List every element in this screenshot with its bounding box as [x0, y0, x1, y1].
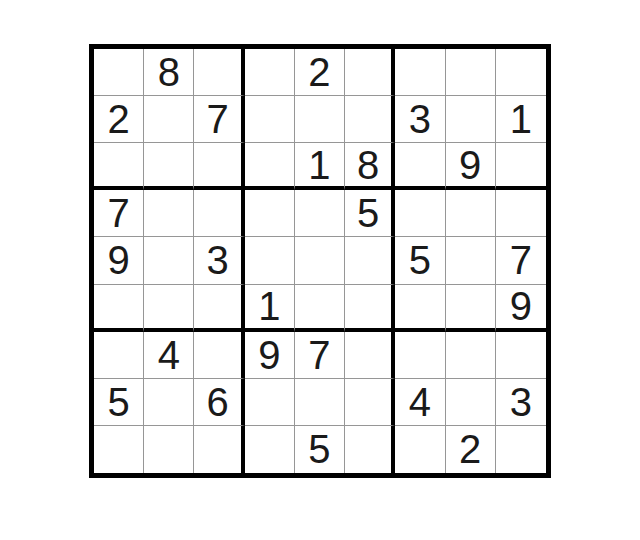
cell-r2c6[interactable] — [345, 96, 395, 143]
cell-r6c7[interactable] — [395, 285, 445, 332]
cell-r1c9[interactable] — [496, 49, 546, 96]
cell-r8c2[interactable] — [144, 379, 194, 426]
cell-r6c8[interactable] — [446, 285, 496, 332]
cell-r8c5[interactable] — [295, 379, 345, 426]
cell-r9c3[interactable] — [194, 426, 244, 473]
cell-r9c8[interactable]: 2 — [446, 426, 496, 473]
cell-r4c5[interactable] — [295, 190, 345, 237]
cell-r2c7[interactable]: 3 — [395, 96, 445, 143]
cell-r3c5[interactable]: 1 — [295, 143, 345, 190]
cell-r6c5[interactable] — [295, 285, 345, 332]
cell-r9c4[interactable] — [245, 426, 295, 473]
cell-r5c1[interactable]: 9 — [94, 237, 144, 284]
cell-r7c6[interactable] — [345, 332, 395, 379]
cell-r9c9[interactable] — [496, 426, 546, 473]
cell-r3c2[interactable] — [144, 143, 194, 190]
cell-r1c5[interactable]: 2 — [295, 49, 345, 96]
cell-r8c1[interactable]: 5 — [94, 379, 144, 426]
cell-r1c8[interactable] — [446, 49, 496, 96]
cell-r2c4[interactable] — [245, 96, 295, 143]
cell-r3c1[interactable] — [94, 143, 144, 190]
cell-r7c2[interactable]: 4 — [144, 332, 194, 379]
cell-r2c3[interactable]: 7 — [194, 96, 244, 143]
cell-r4c1[interactable]: 7 — [94, 190, 144, 237]
cell-r5c8[interactable] — [446, 237, 496, 284]
cell-r9c6[interactable] — [345, 426, 395, 473]
cell-r5c6[interactable] — [345, 237, 395, 284]
cell-r5c5[interactable] — [295, 237, 345, 284]
cell-r9c5[interactable]: 5 — [295, 426, 345, 473]
cell-r8c4[interactable] — [245, 379, 295, 426]
cell-r9c7[interactable] — [395, 426, 445, 473]
cell-r5c9[interactable]: 7 — [496, 237, 546, 284]
cell-r4c4[interactable] — [245, 190, 295, 237]
cell-r5c3[interactable]: 3 — [194, 237, 244, 284]
cell-r3c6[interactable]: 8 — [345, 143, 395, 190]
cell-r1c2[interactable]: 8 — [144, 49, 194, 96]
cell-r2c9[interactable]: 1 — [496, 96, 546, 143]
cell-r8c3[interactable]: 6 — [194, 379, 244, 426]
cell-r8c6[interactable] — [345, 379, 395, 426]
cell-r6c2[interactable] — [144, 285, 194, 332]
cell-r3c3[interactable] — [194, 143, 244, 190]
cell-r5c7[interactable]: 5 — [395, 237, 445, 284]
cell-r7c1[interactable] — [94, 332, 144, 379]
cell-r5c4[interactable] — [245, 237, 295, 284]
cell-r9c2[interactable] — [144, 426, 194, 473]
cell-r4c9[interactable] — [496, 190, 546, 237]
cell-r3c4[interactable] — [245, 143, 295, 190]
cell-r7c7[interactable] — [395, 332, 445, 379]
cell-r4c7[interactable] — [395, 190, 445, 237]
cell-r1c7[interactable] — [395, 49, 445, 96]
cell-r7c9[interactable] — [496, 332, 546, 379]
cell-r3c7[interactable] — [395, 143, 445, 190]
cell-r4c8[interactable] — [446, 190, 496, 237]
cell-r1c1[interactable] — [94, 49, 144, 96]
cell-r4c6[interactable]: 5 — [345, 190, 395, 237]
cell-r4c3[interactable] — [194, 190, 244, 237]
cell-r8c9[interactable]: 3 — [496, 379, 546, 426]
cell-r6c6[interactable] — [345, 285, 395, 332]
sudoku-board: 82273118975935719497564352 — [89, 44, 551, 478]
cell-r9c1[interactable] — [94, 426, 144, 473]
cell-r6c4[interactable]: 1 — [245, 285, 295, 332]
cell-r7c4[interactable]: 9 — [245, 332, 295, 379]
cell-r2c8[interactable] — [446, 96, 496, 143]
cell-r1c3[interactable] — [194, 49, 244, 96]
cell-r6c3[interactable] — [194, 285, 244, 332]
cell-r8c7[interactable]: 4 — [395, 379, 445, 426]
cell-r1c6[interactable] — [345, 49, 395, 96]
cell-r4c2[interactable] — [144, 190, 194, 237]
cell-r5c2[interactable] — [144, 237, 194, 284]
cell-r7c8[interactable] — [446, 332, 496, 379]
cell-r2c2[interactable] — [144, 96, 194, 143]
cell-r1c4[interactable] — [245, 49, 295, 96]
cell-r2c1[interactable]: 2 — [94, 96, 144, 143]
cell-r6c9[interactable]: 9 — [496, 285, 546, 332]
cell-r7c3[interactable] — [194, 332, 244, 379]
cell-r6c1[interactable] — [94, 285, 144, 332]
cell-r2c5[interactable] — [295, 96, 345, 143]
cell-r3c9[interactable] — [496, 143, 546, 190]
cell-r7c5[interactable]: 7 — [295, 332, 345, 379]
cell-r3c8[interactable]: 9 — [446, 143, 496, 190]
cell-r8c8[interactable] — [446, 379, 496, 426]
